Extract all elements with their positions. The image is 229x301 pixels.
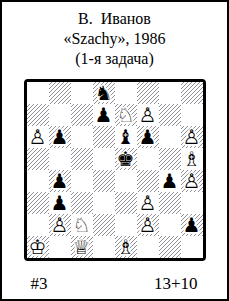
- square-b3: ♟♟: [49, 192, 71, 214]
- square-c3: [71, 192, 93, 214]
- square-e8: [115, 82, 137, 104]
- piece-glyph: ♟: [49, 170, 71, 192]
- square-a8: [27, 82, 49, 104]
- piece-black-king: ♚♚: [115, 148, 137, 170]
- square-a6: ♟♙: [27, 126, 49, 148]
- square-d1: [93, 236, 115, 258]
- square-a2: [27, 214, 49, 236]
- problem-caption: #3 13+10: [24, 274, 206, 294]
- square-d7: ♟♟: [93, 104, 115, 126]
- piece-black-pawn: ♟♟: [49, 126, 71, 148]
- piece-white-queen: ♛♕: [71, 236, 93, 258]
- piece-white-knight: ♞♘: [115, 104, 137, 126]
- square-h1: [181, 236, 203, 258]
- piece-glyph: ♟: [181, 214, 203, 236]
- square-e6: ♝♝: [115, 126, 137, 148]
- piece-glyph: ♙: [27, 126, 49, 148]
- square-d8: ♞♞: [93, 82, 115, 104]
- square-h6: ♟♙: [181, 126, 203, 148]
- piece-black-bishop: ♝♝: [115, 126, 137, 148]
- square-c6: [71, 126, 93, 148]
- square-a4: [27, 170, 49, 192]
- piece-glyph: ♟: [49, 192, 71, 214]
- square-h8: [181, 82, 203, 104]
- square-b6: ♟♟: [49, 126, 71, 148]
- chess-problem-card: В. Иванов «Szachy», 1986 (1-я задача) ♞♞…: [0, 0, 229, 301]
- square-b5: [49, 148, 71, 170]
- piece-white-bishop: ♝♗: [181, 148, 203, 170]
- piece-glyph: ♘: [115, 104, 137, 126]
- square-b2: ♟♙: [49, 214, 71, 236]
- piece-white-pawn: ♟♙: [137, 104, 159, 126]
- square-b7: [49, 104, 71, 126]
- square-f7: ♟♙: [137, 104, 159, 126]
- square-c5: [71, 148, 93, 170]
- square-g1: [159, 236, 181, 258]
- piece-glyph: ♔: [27, 236, 49, 258]
- material-count-label: 13+10: [154, 274, 198, 294]
- piece-glyph: ♙: [181, 126, 203, 148]
- square-e2: [115, 214, 137, 236]
- piece-white-bishop: ♝♗: [115, 236, 137, 258]
- piece-black-pawn: ♟♟: [49, 170, 71, 192]
- piece-glyph: ♙: [137, 104, 159, 126]
- piece-white-pawn: ♟♙: [49, 214, 71, 236]
- piece-white-pawn: ♟♙: [181, 126, 203, 148]
- square-f2: ♟♙: [137, 214, 159, 236]
- problem-header: В. Иванов «Szachy», 1986 (1-я задача): [2, 2, 227, 69]
- piece-glyph: ♗: [115, 236, 137, 258]
- square-f3: ♟♙: [137, 192, 159, 214]
- square-h3: [181, 192, 203, 214]
- piece-glyph: ♘: [71, 214, 93, 236]
- square-f4: [137, 170, 159, 192]
- chess-board: ♞♞♟♟♞♘♟♙♟♙♟♟♝♝♟♟♟♙♚♚♝♗♟♟♟♟♟♙♟♟♟♙♟♙♞♘♟♙♟♟…: [24, 79, 206, 261]
- author-line: В. Иванов: [2, 9, 227, 29]
- square-g6: [159, 126, 181, 148]
- source-line: «Szachy», 1986: [2, 29, 227, 49]
- square-c7: [71, 104, 93, 126]
- square-e3: [115, 192, 137, 214]
- square-h7: [181, 104, 203, 126]
- square-f5: [137, 148, 159, 170]
- square-b8: [49, 82, 71, 104]
- piece-black-pawn: ♟♟: [159, 170, 181, 192]
- piece-glyph: ♙: [137, 192, 159, 214]
- square-b1: [49, 236, 71, 258]
- square-b4: ♟♟: [49, 170, 71, 192]
- piece-glyph: ♕: [71, 236, 93, 258]
- square-e1: ♝♗: [115, 236, 137, 258]
- square-a5: [27, 148, 49, 170]
- square-h4: ♟♙: [181, 170, 203, 192]
- board-wrap: ♞♞♟♟♞♘♟♙♟♙♟♟♝♝♟♟♟♙♚♚♝♗♟♟♟♟♟♙♟♟♟♙♟♙♞♘♟♙♟♟…: [2, 79, 227, 261]
- piece-white-pawn: ♟♙: [137, 214, 159, 236]
- square-c2: ♞♘: [71, 214, 93, 236]
- square-g4: ♟♟: [159, 170, 181, 192]
- piece-glyph: ♙: [137, 214, 159, 236]
- piece-white-knight: ♞♘: [71, 214, 93, 236]
- piece-black-pawn: ♟♟: [181, 214, 203, 236]
- piece-black-pawn: ♟♟: [137, 126, 159, 148]
- square-d3: [93, 192, 115, 214]
- piece-black-pawn: ♟♟: [49, 192, 71, 214]
- piece-glyph: ♞: [93, 82, 115, 104]
- square-h2: ♟♟: [181, 214, 203, 236]
- square-e7: ♞♘: [115, 104, 137, 126]
- square-d5: [93, 148, 115, 170]
- square-f1: [137, 236, 159, 258]
- piece-glyph: ♟: [137, 126, 159, 148]
- note-line: (1-я задача): [2, 49, 227, 69]
- square-e4: [115, 170, 137, 192]
- piece-white-king: ♚♔: [27, 236, 49, 258]
- piece-black-pawn: ♟♟: [93, 104, 115, 126]
- square-e5: ♚♚: [115, 148, 137, 170]
- square-f6: ♟♟: [137, 126, 159, 148]
- square-f8: [137, 82, 159, 104]
- square-c4: [71, 170, 93, 192]
- piece-white-pawn: ♟♙: [181, 170, 203, 192]
- piece-glyph: ♝: [115, 126, 137, 148]
- square-d6: [93, 126, 115, 148]
- piece-black-knight: ♞♞: [93, 82, 115, 104]
- piece-glyph: ♙: [49, 214, 71, 236]
- square-d2: [93, 214, 115, 236]
- square-g3: [159, 192, 181, 214]
- square-g5: [159, 148, 181, 170]
- piece-white-pawn: ♟♙: [137, 192, 159, 214]
- square-a7: [27, 104, 49, 126]
- square-h5: ♝♗: [181, 148, 203, 170]
- piece-glyph: ♟: [93, 104, 115, 126]
- piece-glyph: ♟: [49, 126, 71, 148]
- square-g8: [159, 82, 181, 104]
- square-c8: [71, 82, 93, 104]
- piece-glyph: ♙: [181, 170, 203, 192]
- piece-glyph: ♟: [159, 170, 181, 192]
- stipulation-label: #3: [31, 274, 48, 294]
- piece-glyph: ♚: [115, 148, 137, 170]
- square-d4: [93, 170, 115, 192]
- piece-glyph: ♗: [181, 148, 203, 170]
- piece-white-pawn: ♟♙: [27, 126, 49, 148]
- square-g2: [159, 214, 181, 236]
- square-a3: [27, 192, 49, 214]
- square-c1: ♛♕: [71, 236, 93, 258]
- square-g7: [159, 104, 181, 126]
- square-a1: ♚♔: [27, 236, 49, 258]
